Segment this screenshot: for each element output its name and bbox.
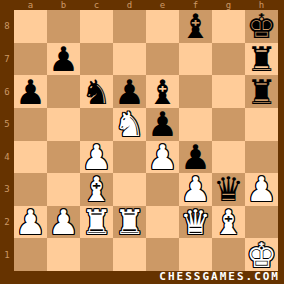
square-a1[interactable] (14, 238, 47, 271)
square-f2[interactable]: ♛ (179, 206, 212, 239)
square-e6[interactable]: ♝ (146, 75, 179, 108)
square-h8[interactable]: ♚ (245, 10, 278, 43)
square-d6[interactable]: ♟ (113, 75, 146, 108)
square-f5[interactable] (179, 108, 212, 141)
chess-board: ♝♚♟♜♟♞♟♝♜♞♟♟♟♟♝♟♛♟♟♟♜♜♛♝♚ (14, 10, 278, 271)
piece-white-knight-d5[interactable]: ♞ (114, 107, 144, 141)
square-g2[interactable]: ♝ (212, 206, 245, 239)
square-c6[interactable]: ♞ (80, 75, 113, 108)
rank-label-2: 2 (0, 206, 14, 239)
square-h1[interactable]: ♚ (245, 238, 278, 271)
square-e7[interactable] (146, 43, 179, 76)
square-e8[interactable] (146, 10, 179, 43)
square-h7[interactable]: ♜ (245, 43, 278, 76)
file-label-a: a (14, 0, 47, 10)
square-a5[interactable] (14, 108, 47, 141)
square-b6[interactable] (47, 75, 80, 108)
square-c5[interactable] (80, 108, 113, 141)
piece-white-bishop-g2[interactable]: ♝ (213, 205, 243, 239)
square-g7[interactable] (212, 43, 245, 76)
square-e2[interactable] (146, 206, 179, 239)
chessgames-board-widget: abcdefgh 87654321 ♝♚♟♜♟♞♟♝♜♞♟♟♟♟♝♟♛♟♟♟♜♜… (0, 0, 284, 284)
rank-labels: 87654321 (0, 10, 14, 271)
rank-label-7: 7 (0, 43, 14, 76)
square-a3[interactable] (14, 173, 47, 206)
square-f7[interactable] (179, 43, 212, 76)
file-label-b: b (47, 0, 80, 10)
square-e4[interactable]: ♟ (146, 141, 179, 174)
square-h5[interactable] (245, 108, 278, 141)
piece-white-queen-f2[interactable]: ♛ (180, 205, 210, 239)
file-label-d: d (113, 0, 146, 10)
file-labels: abcdefgh (14, 0, 278, 10)
square-b3[interactable] (47, 173, 80, 206)
piece-black-rook-h6[interactable]: ♜ (246, 75, 276, 109)
square-d4[interactable] (113, 141, 146, 174)
square-d2[interactable]: ♜ (113, 206, 146, 239)
piece-black-knight-c6[interactable]: ♞ (81, 75, 111, 109)
piece-black-rook-h7[interactable]: ♜ (246, 42, 276, 76)
rank-label-6: 6 (0, 75, 14, 108)
square-f6[interactable] (179, 75, 212, 108)
piece-black-pawn-b7[interactable]: ♟ (48, 42, 78, 76)
square-a2[interactable]: ♟ (14, 206, 47, 239)
square-b5[interactable] (47, 108, 80, 141)
square-h4[interactable] (245, 141, 278, 174)
square-b7[interactable]: ♟ (47, 43, 80, 76)
file-label-e: e (146, 0, 179, 10)
square-c3[interactable]: ♝ (80, 173, 113, 206)
square-d5[interactable]: ♞ (113, 108, 146, 141)
square-b4[interactable] (47, 141, 80, 174)
piece-white-king-h1[interactable]: ♚ (246, 238, 276, 272)
square-a6[interactable]: ♟ (14, 75, 47, 108)
piece-white-rook-c2[interactable]: ♜ (81, 205, 111, 239)
piece-white-pawn-b2[interactable]: ♟ (48, 205, 78, 239)
rank-label-5: 5 (0, 108, 14, 141)
piece-white-pawn-h3[interactable]: ♟ (246, 172, 276, 206)
square-f4[interactable]: ♟ (179, 141, 212, 174)
square-g6[interactable] (212, 75, 245, 108)
piece-black-bishop-f8[interactable]: ♝ (180, 9, 210, 43)
square-h3[interactable]: ♟ (245, 173, 278, 206)
file-label-c: c (80, 0, 113, 10)
square-a7[interactable] (14, 43, 47, 76)
square-e1[interactable] (146, 238, 179, 271)
square-c1[interactable] (80, 238, 113, 271)
square-e5[interactable]: ♟ (146, 108, 179, 141)
square-g5[interactable] (212, 108, 245, 141)
square-f1[interactable] (179, 238, 212, 271)
piece-white-rook-d2[interactable]: ♜ (114, 205, 144, 239)
square-d7[interactable] (113, 43, 146, 76)
square-e3[interactable] (146, 173, 179, 206)
square-a4[interactable] (14, 141, 47, 174)
square-c7[interactable] (80, 43, 113, 76)
file-label-g: g (212, 0, 245, 10)
rank-label-4: 4 (0, 141, 14, 174)
square-c2[interactable]: ♜ (80, 206, 113, 239)
piece-white-pawn-e4[interactable]: ♟ (147, 140, 177, 174)
square-b2[interactable]: ♟ (47, 206, 80, 239)
square-g8[interactable] (212, 10, 245, 43)
square-d1[interactable] (113, 238, 146, 271)
square-h2[interactable] (245, 206, 278, 239)
rank-label-8: 8 (0, 10, 14, 43)
square-h6[interactable]: ♜ (245, 75, 278, 108)
square-g4[interactable] (212, 141, 245, 174)
square-c4[interactable]: ♟ (80, 141, 113, 174)
rank-label-1: 1 (0, 238, 14, 271)
square-f8[interactable]: ♝ (179, 10, 212, 43)
square-d8[interactable] (113, 10, 146, 43)
square-b8[interactable] (47, 10, 80, 43)
square-b1[interactable] (47, 238, 80, 271)
square-a8[interactable] (14, 10, 47, 43)
square-f3[interactable]: ♟ (179, 173, 212, 206)
square-g3[interactable]: ♛ (212, 173, 245, 206)
chessgames-watermark: CHESSGAMES.COM (159, 270, 280, 283)
piece-white-pawn-a2[interactable]: ♟ (15, 205, 45, 239)
square-g1[interactable] (212, 238, 245, 271)
piece-black-pawn-a6[interactable]: ♟ (15, 75, 45, 109)
square-d3[interactable] (113, 173, 146, 206)
square-c8[interactable] (80, 10, 113, 43)
rank-label-3: 3 (0, 173, 14, 206)
